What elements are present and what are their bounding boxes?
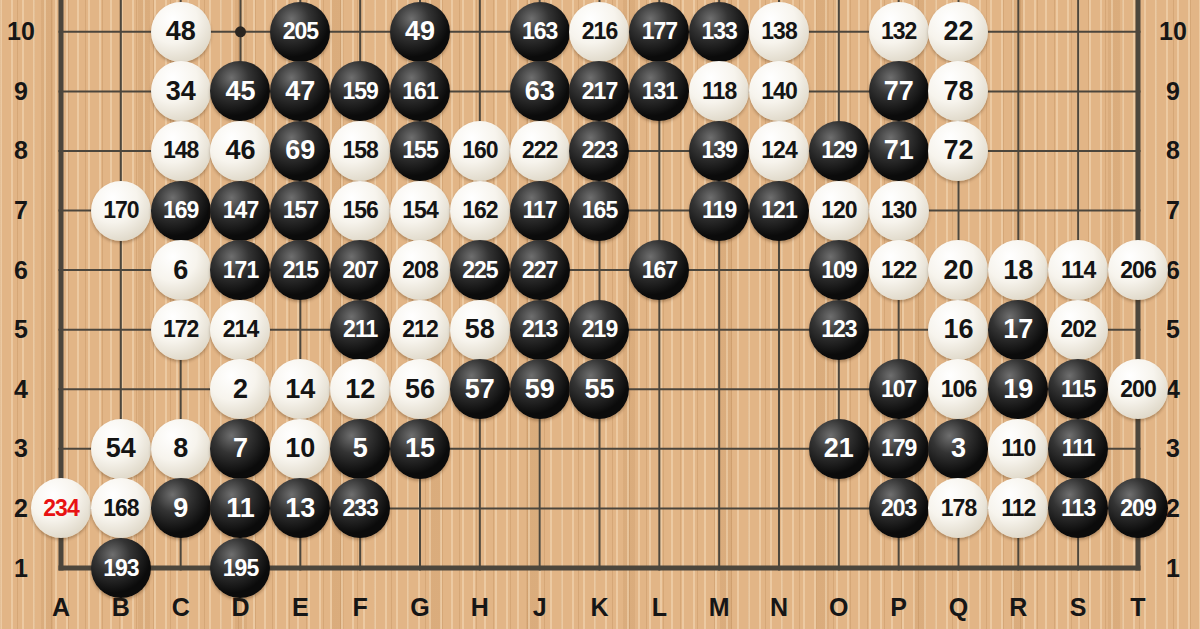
stone-O7[interactable]: 120 — [809, 181, 869, 241]
move-number: 109 — [821, 259, 856, 282]
move-number: 203 — [881, 497, 916, 520]
move-number: 71 — [884, 137, 914, 164]
move-number: 156 — [342, 199, 377, 222]
move-number: 20 — [943, 257, 973, 284]
move-number: 159 — [342, 80, 377, 103]
move-number: 206 — [1120, 259, 1155, 282]
stone-F9[interactable]: 159 — [330, 61, 390, 121]
move-number: 63 — [525, 78, 555, 105]
stone-E8[interactable]: 69 — [270, 121, 330, 181]
stones-layer: 4820549163216177133138132223445471591616… — [0, 0, 1200, 629]
stone-J5[interactable]: 213 — [510, 300, 570, 360]
move-number: 215 — [283, 259, 318, 282]
stone-R3[interactable]: 110 — [988, 419, 1048, 479]
move-number: 223 — [582, 139, 617, 162]
move-number: 18 — [1003, 257, 1033, 284]
stone-L10[interactable]: 177 — [629, 2, 689, 62]
stone-M7[interactable]: 119 — [689, 181, 749, 241]
stone-P2[interactable]: 203 — [869, 478, 929, 538]
stone-C10[interactable]: 48 — [151, 2, 211, 62]
stone-N7[interactable]: 121 — [749, 181, 809, 241]
move-number: 45 — [225, 78, 255, 105]
stone-E10[interactable]: 205 — [270, 2, 330, 62]
move-number: 58 — [465, 316, 495, 343]
move-number: 9 — [173, 495, 188, 522]
move-number: 217 — [582, 80, 617, 103]
stone-E7[interactable]: 157 — [270, 181, 330, 241]
move-number: 177 — [642, 20, 677, 43]
move-number: 115 — [1061, 378, 1095, 401]
move-number: 11 — [226, 495, 255, 522]
move-number: 13 — [285, 495, 315, 522]
move-number: 158 — [342, 139, 377, 162]
move-number: 48 — [166, 18, 196, 45]
move-number: 157 — [283, 199, 318, 222]
move-number: 110 — [1001, 437, 1035, 460]
stone-G4[interactable]: 56 — [390, 359, 450, 419]
move-number: 106 — [941, 378, 976, 401]
stone-D8[interactable]: 46 — [210, 121, 270, 181]
stone-K4[interactable]: 55 — [569, 359, 629, 419]
stone-J9[interactable]: 63 — [510, 61, 570, 121]
stone-E2[interactable]: 13 — [270, 478, 330, 538]
stone-G5[interactable]: 212 — [390, 300, 450, 360]
stone-M8[interactable]: 139 — [689, 121, 749, 181]
stone-K10[interactable]: 216 — [569, 2, 629, 62]
move-number: 69 — [285, 137, 315, 164]
stone-F6[interactable]: 207 — [330, 240, 390, 300]
stone-F2[interactable]: 233 — [330, 478, 390, 538]
stone-J7[interactable]: 117 — [510, 181, 570, 241]
stone-H6[interactable]: 225 — [450, 240, 510, 300]
move-number: 2 — [233, 376, 248, 403]
move-number: 233 — [342, 497, 377, 520]
stone-R5[interactable]: 17 — [988, 300, 1048, 360]
stone-P4[interactable]: 107 — [869, 359, 929, 419]
move-number: 195 — [223, 557, 258, 580]
stone-F3[interactable]: 5 — [330, 419, 390, 479]
move-number: 57 — [465, 376, 495, 403]
stone-D9[interactable]: 45 — [210, 61, 270, 121]
move-number: 163 — [522, 20, 557, 43]
stone-F5[interactable]: 211 — [330, 300, 390, 360]
move-number: 160 — [462, 139, 497, 162]
stone-B2[interactable]: 168 — [91, 478, 151, 538]
stone-O5[interactable]: 123 — [809, 300, 869, 360]
stone-T6[interactable]: 206 — [1108, 240, 1168, 300]
move-number: 167 — [642, 259, 677, 282]
move-number: 133 — [701, 20, 736, 43]
stone-S4[interactable]: 115 — [1048, 359, 1108, 419]
move-number: 12 — [345, 376, 375, 403]
stone-L9[interactable]: 131 — [629, 61, 689, 121]
stone-C9[interactable]: 34 — [151, 61, 211, 121]
move-number: 170 — [103, 199, 138, 222]
stone-F4[interactable]: 12 — [330, 359, 390, 419]
stone-E9[interactable]: 47 — [270, 61, 330, 121]
stone-Q4[interactable]: 106 — [928, 359, 988, 419]
move-number: 212 — [402, 318, 437, 341]
move-number: 179 — [881, 437, 916, 460]
stone-T4[interactable]: 200 — [1108, 359, 1168, 419]
stone-S5[interactable]: 202 — [1048, 300, 1108, 360]
stone-N10[interactable]: 138 — [749, 2, 809, 62]
move-number: 132 — [881, 20, 916, 43]
stone-Q9[interactable]: 78 — [928, 61, 988, 121]
stone-Q10[interactable]: 22 — [928, 2, 988, 62]
stone-O3[interactable]: 21 — [809, 419, 869, 479]
move-number: 213 — [522, 318, 557, 341]
stone-R6[interactable]: 18 — [988, 240, 1048, 300]
move-number: 56 — [405, 376, 435, 403]
move-number: 219 — [582, 318, 617, 341]
stone-Q5[interactable]: 16 — [928, 300, 988, 360]
move-number: 5 — [353, 435, 368, 462]
stone-C3[interactable]: 8 — [151, 419, 211, 479]
move-number: 49 — [405, 18, 435, 45]
stone-R2[interactable]: 112 — [988, 478, 1048, 538]
move-number: 209 — [1120, 497, 1155, 520]
stone-G9[interactable]: 161 — [390, 61, 450, 121]
move-number: 21 — [824, 435, 854, 462]
stone-E3[interactable]: 10 — [270, 419, 330, 479]
stone-K7[interactable]: 165 — [569, 181, 629, 241]
stone-M10[interactable]: 133 — [689, 2, 749, 62]
stone-B1[interactable]: 193 — [91, 538, 151, 598]
stone-N8[interactable]: 124 — [749, 121, 809, 181]
stone-H8[interactable]: 160 — [450, 121, 510, 181]
stone-L6[interactable]: 167 — [629, 240, 689, 300]
stone-J10[interactable]: 163 — [510, 2, 570, 62]
move-number: 8 — [173, 435, 188, 462]
stone-D2[interactable]: 11 — [210, 478, 270, 538]
move-number: 139 — [701, 139, 736, 162]
move-number: 147 — [223, 199, 258, 222]
stone-H4[interactable]: 57 — [450, 359, 510, 419]
stone-R4[interactable]: 19 — [988, 359, 1048, 419]
move-number: 140 — [761, 80, 796, 103]
move-number: 72 — [943, 137, 973, 164]
stone-C7[interactable]: 169 — [151, 181, 211, 241]
move-number: 169 — [163, 199, 198, 222]
move-number: 55 — [584, 376, 614, 403]
stone-K5[interactable]: 219 — [569, 300, 629, 360]
move-number: 131 — [642, 80, 677, 103]
stone-D4[interactable]: 2 — [210, 359, 270, 419]
stone-D6[interactable]: 171 — [210, 240, 270, 300]
stone-D1[interactable]: 195 — [210, 538, 270, 598]
stone-K9[interactable]: 217 — [569, 61, 629, 121]
stone-D5[interactable]: 214 — [210, 300, 270, 360]
move-number: 117 — [523, 199, 557, 222]
move-number: 130 — [881, 199, 916, 222]
stone-B3[interactable]: 54 — [91, 419, 151, 479]
stone-D7[interactable]: 147 — [210, 181, 270, 241]
move-number: 214 — [223, 318, 258, 341]
move-number: 47 — [285, 78, 315, 105]
move-number: 59 — [525, 376, 555, 403]
move-number: 171 — [223, 259, 258, 282]
stone-C2[interactable]: 9 — [151, 478, 211, 538]
move-number: 193 — [103, 557, 138, 580]
stone-S2[interactable]: 113 — [1048, 478, 1108, 538]
move-number: 227 — [522, 259, 557, 282]
move-number: 234 — [43, 497, 78, 520]
move-number: 54 — [106, 435, 136, 462]
move-number: 208 — [402, 259, 437, 282]
move-number: 202 — [1060, 318, 1095, 341]
move-number: 205 — [283, 20, 318, 43]
move-number: 114 — [1061, 259, 1095, 282]
move-number: 178 — [941, 497, 976, 520]
stone-M9[interactable]: 118 — [689, 61, 749, 121]
move-number: 155 — [402, 139, 437, 162]
stone-E4[interactable]: 14 — [270, 359, 330, 419]
stone-T2[interactable]: 209 — [1108, 478, 1168, 538]
move-number: 111 — [1062, 437, 1095, 460]
move-number: 225 — [462, 259, 497, 282]
move-number: 7 — [233, 435, 248, 462]
move-number: 14 — [285, 376, 315, 403]
move-number: 19 — [1003, 376, 1033, 403]
move-number: 16 — [943, 316, 973, 343]
move-number: 211 — [343, 318, 377, 341]
stone-O6[interactable]: 109 — [809, 240, 869, 300]
stone-P8[interactable]: 71 — [869, 121, 929, 181]
stone-P7[interactable]: 130 — [869, 181, 929, 241]
stone-F7[interactable]: 156 — [330, 181, 390, 241]
stone-Q2[interactable]: 178 — [928, 478, 988, 538]
stone-H5[interactable]: 58 — [450, 300, 510, 360]
move-number: 120 — [821, 199, 856, 222]
stone-F8[interactable]: 158 — [330, 121, 390, 181]
move-number: 216 — [582, 20, 617, 43]
move-number: 77 — [884, 78, 914, 105]
stone-G7[interactable]: 154 — [390, 181, 450, 241]
move-number: 172 — [163, 318, 198, 341]
move-number: 107 — [881, 378, 916, 401]
stone-Q3[interactable]: 3 — [928, 419, 988, 479]
stone-A2[interactable]: 234 — [31, 478, 91, 538]
move-number: 10 — [285, 435, 315, 462]
stone-G3[interactable]: 15 — [390, 419, 450, 479]
stone-C6[interactable]: 6 — [151, 240, 211, 300]
stone-G10[interactable]: 49 — [390, 2, 450, 62]
stone-B7[interactable]: 170 — [91, 181, 151, 241]
stone-K8[interactable]: 223 — [569, 121, 629, 181]
stone-D3[interactable]: 7 — [210, 419, 270, 479]
move-number: 34 — [166, 78, 196, 105]
stone-S6[interactable]: 114 — [1048, 240, 1108, 300]
move-number: 46 — [225, 137, 255, 164]
move-number: 118 — [702, 80, 736, 103]
stone-C8[interactable]: 148 — [151, 121, 211, 181]
move-number: 121 — [761, 199, 796, 222]
move-number: 154 — [402, 199, 437, 222]
stone-G6[interactable]: 208 — [390, 240, 450, 300]
move-number: 15 — [405, 435, 435, 462]
stone-J8[interactable]: 222 — [510, 121, 570, 181]
move-number: 200 — [1120, 378, 1155, 401]
stone-P6[interactable]: 122 — [869, 240, 929, 300]
move-number: 165 — [582, 199, 617, 222]
move-number: 148 — [163, 139, 198, 162]
stone-P9[interactable]: 77 — [869, 61, 929, 121]
stone-J6[interactable]: 227 — [510, 240, 570, 300]
move-number: 22 — [943, 18, 973, 45]
stone-Q6[interactable]: 20 — [928, 240, 988, 300]
move-number: 119 — [702, 199, 736, 222]
move-number: 161 — [402, 80, 437, 103]
stone-P3[interactable]: 179 — [869, 419, 929, 479]
move-number: 138 — [761, 20, 796, 43]
stone-Q8[interactable]: 72 — [928, 121, 988, 181]
stone-O8[interactable]: 129 — [809, 121, 869, 181]
move-number: 113 — [1061, 497, 1095, 520]
move-number: 6 — [173, 257, 188, 284]
move-number: 222 — [522, 139, 557, 162]
move-number: 123 — [821, 318, 856, 341]
move-number: 112 — [1001, 497, 1035, 520]
move-number: 78 — [943, 78, 973, 105]
move-number: 124 — [761, 139, 796, 162]
move-number: 168 — [103, 497, 138, 520]
move-number: 207 — [342, 259, 377, 282]
move-number: 129 — [821, 139, 856, 162]
stone-P10[interactable]: 132 — [869, 2, 929, 62]
move-number: 122 — [881, 259, 916, 282]
move-number: 17 — [1003, 316, 1033, 343]
move-number: 3 — [951, 435, 966, 462]
go-board-diagram: 4820549163216177133138132223445471591616… — [0, 0, 1200, 629]
move-number: 162 — [462, 199, 497, 222]
stone-J4[interactable]: 59 — [510, 359, 570, 419]
stone-G8[interactable]: 155 — [390, 121, 450, 181]
stone-E6[interactable]: 215 — [270, 240, 330, 300]
stone-H7[interactable]: 162 — [450, 181, 510, 241]
stone-S3[interactable]: 111 — [1048, 419, 1108, 479]
stone-C5[interactable]: 172 — [151, 300, 211, 360]
stone-N9[interactable]: 140 — [749, 61, 809, 121]
